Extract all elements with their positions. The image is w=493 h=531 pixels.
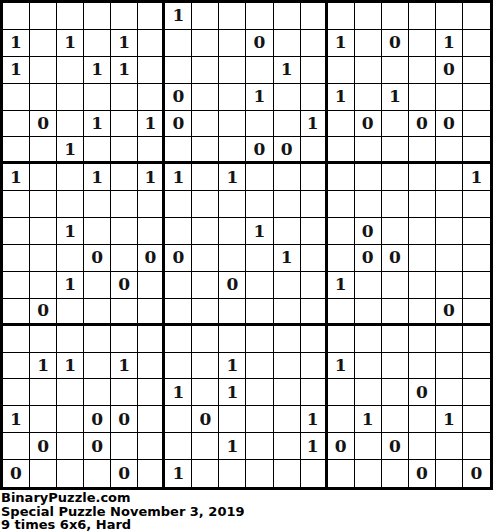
cell-r6c4[interactable] [84,137,111,164]
cell-r6c12[interactable] [301,137,328,164]
cell-r1c1[interactable] [3,3,30,30]
cell-r13c14[interactable] [355,326,382,353]
cell-r15c8[interactable] [192,379,219,406]
cell-r16c17[interactable]: 1 [436,406,463,433]
cell-r4c3[interactable] [57,84,84,111]
cell-r2c17[interactable]: 1 [436,30,463,57]
cell-r2c18[interactable] [463,30,490,57]
cell-r12c13[interactable] [328,299,355,326]
cell-r15c3[interactable] [57,379,84,406]
cell-r18c1[interactable]: 0 [3,460,30,487]
cell-r4c14[interactable] [355,84,382,111]
cell-r7c16[interactable] [409,164,436,191]
cell-r10c11[interactable]: 1 [274,245,301,272]
cell-r5c8[interactable] [192,111,219,138]
cell-r8c17[interactable] [436,191,463,218]
cell-r18c18[interactable]: 0 [463,460,490,487]
cell-r16c2[interactable] [30,406,57,433]
cell-r11c5[interactable]: 0 [111,272,138,299]
cell-r10c13[interactable] [328,245,355,272]
cell-r16c5[interactable]: 0 [111,406,138,433]
cell-r5c6[interactable]: 1 [138,111,165,138]
cell-r9c18[interactable] [463,218,490,245]
cell-r12c6[interactable] [138,299,165,326]
cell-r8c7[interactable] [165,191,192,218]
cell-r6c3[interactable]: 1 [57,137,84,164]
cell-r12c1[interactable] [3,299,30,326]
cell-r7c11[interactable] [274,164,301,191]
cell-r9c8[interactable] [192,218,219,245]
cell-r8c11[interactable] [274,191,301,218]
cell-r12c12[interactable] [301,299,328,326]
cell-r15c16[interactable]: 0 [409,379,436,406]
cell-r1c6[interactable] [138,3,165,30]
cell-r11c6[interactable] [138,272,165,299]
cell-r16c4[interactable]: 0 [84,406,111,433]
cell-r3c1[interactable]: 1 [3,57,30,84]
cell-r18c7[interactable]: 1 [165,460,192,487]
cell-r13c7[interactable] [165,326,192,353]
cell-r12c10[interactable] [246,299,273,326]
cell-r7c3[interactable] [57,164,84,191]
cell-r15c4[interactable] [84,379,111,406]
cell-r6c6[interactable] [138,137,165,164]
cell-r4c16[interactable] [409,84,436,111]
cell-r2c15[interactable]: 0 [382,30,409,57]
cell-r6c11[interactable]: 0 [274,137,301,164]
cell-r3c18[interactable] [463,57,490,84]
cell-r1c14[interactable] [355,3,382,30]
cell-r16c6[interactable] [138,406,165,433]
cell-r2c11[interactable] [274,30,301,57]
cell-r3c16[interactable] [409,57,436,84]
cell-r10c12[interactable] [301,245,328,272]
cell-r1c18[interactable] [463,3,490,30]
cell-r12c4[interactable] [84,299,111,326]
cell-r4c9[interactable] [219,84,246,111]
cell-r18c4[interactable] [84,460,111,487]
cell-r6c5[interactable] [111,137,138,164]
cell-r16c1[interactable]: 1 [3,406,30,433]
cell-r14c14[interactable] [355,353,382,380]
cell-r4c13[interactable]: 1 [328,84,355,111]
cell-r5c1[interactable] [3,111,30,138]
cell-r17c2[interactable]: 0 [30,433,57,460]
cell-r5c14[interactable]: 0 [355,111,382,138]
cell-r16c9[interactable] [219,406,246,433]
cell-r3c11[interactable]: 1 [274,57,301,84]
cell-r7c1[interactable]: 1 [3,164,30,191]
cell-r13c5[interactable] [111,326,138,353]
cell-r6c15[interactable] [382,137,409,164]
cell-r10c3[interactable] [57,245,84,272]
cell-r7c12[interactable] [301,164,328,191]
cell-r5c17[interactable]: 0 [436,111,463,138]
cell-r14c6[interactable] [138,353,165,380]
cell-r2c7[interactable] [165,30,192,57]
cell-r18c15[interactable] [382,460,409,487]
cell-r2c13[interactable]: 1 [328,30,355,57]
cell-r1c12[interactable] [301,3,328,30]
cell-r18c9[interactable] [219,460,246,487]
cell-r8c15[interactable] [382,191,409,218]
cell-r10c8[interactable] [192,245,219,272]
cell-r1c10[interactable] [246,3,273,30]
cell-r18c13[interactable] [328,460,355,487]
cell-r6c1[interactable] [3,137,30,164]
cell-r9c2[interactable] [30,218,57,245]
cell-r12c2[interactable]: 0 [30,299,57,326]
cell-r13c3[interactable] [57,326,84,353]
cell-r5c11[interactable] [274,111,301,138]
cell-r18c10[interactable] [246,460,273,487]
cell-r7c10[interactable] [246,164,273,191]
cell-r15c1[interactable] [3,379,30,406]
cell-r17c12[interactable]: 1 [301,433,328,460]
cell-r13c2[interactable] [30,326,57,353]
cell-r15c6[interactable] [138,379,165,406]
cell-r7c17[interactable] [436,164,463,191]
cell-r9c10[interactable]: 1 [246,218,273,245]
cell-r12c7[interactable] [165,299,192,326]
cell-r6c2[interactable] [30,137,57,164]
cell-r8c6[interactable] [138,191,165,218]
cell-r12c17[interactable]: 0 [436,299,463,326]
cell-r15c11[interactable] [274,379,301,406]
cell-r8c2[interactable] [30,191,57,218]
cell-r5c13[interactable] [328,111,355,138]
cell-r3c10[interactable] [246,57,273,84]
cell-r1c13[interactable] [328,3,355,30]
cell-r17c18[interactable] [463,433,490,460]
cell-r4c5[interactable] [111,84,138,111]
cell-r13c13[interactable] [328,326,355,353]
cell-r18c11[interactable] [274,460,301,487]
cell-r4c6[interactable] [138,84,165,111]
cell-r1c4[interactable] [84,3,111,30]
cell-r14c1[interactable] [3,353,30,380]
cell-r2c3[interactable]: 1 [57,30,84,57]
cell-r18c16[interactable]: 0 [409,460,436,487]
cell-r6c8[interactable] [192,137,219,164]
cell-r8c5[interactable] [111,191,138,218]
cell-r17c10[interactable] [246,433,273,460]
cell-r9c6[interactable] [138,218,165,245]
cell-r6c7[interactable] [165,137,192,164]
cell-r5c18[interactable] [463,111,490,138]
cell-r7c15[interactable] [382,164,409,191]
cell-r10c7[interactable]: 0 [165,245,192,272]
cell-r8c16[interactable] [409,191,436,218]
cell-r14c13[interactable]: 1 [328,353,355,380]
cell-r13c4[interactable] [84,326,111,353]
cell-r2c8[interactable] [192,30,219,57]
cell-r10c15[interactable]: 0 [382,245,409,272]
cell-r17c3[interactable] [57,433,84,460]
cell-r2c4[interactable] [84,30,111,57]
cell-r8c4[interactable] [84,191,111,218]
cell-r9c11[interactable] [274,218,301,245]
cell-r16c15[interactable] [382,406,409,433]
cell-r2c10[interactable]: 0 [246,30,273,57]
cell-r17c9[interactable]: 1 [219,433,246,460]
cell-r7c13[interactable] [328,164,355,191]
cell-r10c10[interactable] [246,245,273,272]
cell-r8c18[interactable] [463,191,490,218]
cell-r11c16[interactable] [409,272,436,299]
cell-r15c17[interactable] [436,379,463,406]
cell-r14c18[interactable] [463,353,490,380]
cell-r11c2[interactable] [30,272,57,299]
cell-r17c7[interactable] [165,433,192,460]
cell-r18c2[interactable] [30,460,57,487]
cell-r12c18[interactable] [463,299,490,326]
cell-r13c15[interactable] [382,326,409,353]
cell-r7c5[interactable] [111,164,138,191]
cell-r14c11[interactable] [274,353,301,380]
cell-r11c8[interactable] [192,272,219,299]
cell-r6c10[interactable]: 0 [246,137,273,164]
cell-r9c5[interactable] [111,218,138,245]
cell-r11c10[interactable] [246,272,273,299]
cell-r13c1[interactable] [3,326,30,353]
cell-r1c5[interactable] [111,3,138,30]
cell-r3c3[interactable] [57,57,84,84]
cell-r7c6[interactable]: 1 [138,164,165,191]
cell-r13c10[interactable] [246,326,273,353]
cell-r14c9[interactable]: 1 [219,353,246,380]
cell-r8c9[interactable] [219,191,246,218]
cell-r13c9[interactable] [219,326,246,353]
cell-r9c7[interactable] [165,218,192,245]
cell-r10c18[interactable] [463,245,490,272]
cell-r16c11[interactable] [274,406,301,433]
cell-r13c12[interactable] [301,326,328,353]
cell-r4c12[interactable] [301,84,328,111]
cell-r17c14[interactable] [355,433,382,460]
cell-r7c18[interactable]: 1 [463,164,490,191]
cell-r15c15[interactable] [382,379,409,406]
cell-r1c15[interactable] [382,3,409,30]
cell-r11c4[interactable] [84,272,111,299]
cell-r5c10[interactable] [246,111,273,138]
cell-r8c12[interactable] [301,191,328,218]
cell-r11c7[interactable] [165,272,192,299]
cell-r11c14[interactable] [355,272,382,299]
cell-r10c4[interactable]: 0 [84,245,111,272]
cell-r4c17[interactable] [436,84,463,111]
cell-r13c6[interactable] [138,326,165,353]
cell-r3c13[interactable] [328,57,355,84]
cell-r16c18[interactable] [463,406,490,433]
cell-r8c1[interactable] [3,191,30,218]
cell-r14c3[interactable]: 1 [57,353,84,380]
cell-r16c13[interactable] [328,406,355,433]
cell-r11c9[interactable]: 0 [219,272,246,299]
cell-r10c1[interactable] [3,245,30,272]
cell-r7c4[interactable]: 1 [84,164,111,191]
cell-r18c8[interactable] [192,460,219,487]
cell-r5c12[interactable]: 1 [301,111,328,138]
cell-r3c6[interactable] [138,57,165,84]
cell-r8c3[interactable] [57,191,84,218]
cell-r10c6[interactable]: 0 [138,245,165,272]
cell-r3c7[interactable] [165,57,192,84]
cell-r4c8[interactable] [192,84,219,111]
cell-r14c16[interactable] [409,353,436,380]
cell-r4c15[interactable]: 1 [382,84,409,111]
cell-r2c6[interactable] [138,30,165,57]
cell-r7c14[interactable] [355,164,382,191]
cell-r1c16[interactable] [409,3,436,30]
cell-r15c7[interactable]: 1 [165,379,192,406]
cell-r14c2[interactable]: 1 [30,353,57,380]
cell-r6c17[interactable] [436,137,463,164]
cell-r5c5[interactable] [111,111,138,138]
cell-r9c13[interactable] [328,218,355,245]
cell-r13c8[interactable] [192,326,219,353]
cell-r3c12[interactable] [301,57,328,84]
cell-r11c11[interactable] [274,272,301,299]
cell-r2c16[interactable] [409,30,436,57]
cell-r18c5[interactable]: 0 [111,460,138,487]
cell-r1c7[interactable]: 1 [165,3,192,30]
cell-r4c1[interactable] [3,84,30,111]
cell-r18c17[interactable] [436,460,463,487]
cell-r9c12[interactable] [301,218,328,245]
cell-r6c14[interactable] [355,137,382,164]
cell-r14c8[interactable] [192,353,219,380]
cell-r2c9[interactable] [219,30,246,57]
cell-r15c5[interactable] [111,379,138,406]
cell-r17c17[interactable] [436,433,463,460]
cell-r12c3[interactable] [57,299,84,326]
cell-r12c15[interactable] [382,299,409,326]
cell-r18c6[interactable] [138,460,165,487]
cell-r17c15[interactable]: 0 [382,433,409,460]
cell-r1c3[interactable] [57,3,84,30]
cell-r3c2[interactable] [30,57,57,84]
cell-r15c13[interactable] [328,379,355,406]
cell-r15c2[interactable] [30,379,57,406]
cell-r6c16[interactable] [409,137,436,164]
cell-r7c9[interactable]: 1 [219,164,246,191]
cell-r16c12[interactable]: 1 [301,406,328,433]
cell-r16c16[interactable] [409,406,436,433]
cell-r11c13[interactable]: 1 [328,272,355,299]
cell-r9c4[interactable] [84,218,111,245]
cell-r1c17[interactable] [436,3,463,30]
cell-r1c2[interactable] [30,3,57,30]
cell-r5c15[interactable] [382,111,409,138]
cell-r1c8[interactable] [192,3,219,30]
cell-r14c5[interactable]: 1 [111,353,138,380]
cell-r2c1[interactable]: 1 [3,30,30,57]
cell-r8c8[interactable] [192,191,219,218]
cell-r16c14[interactable]: 1 [355,406,382,433]
cell-r1c11[interactable] [274,3,301,30]
cell-r12c8[interactable] [192,299,219,326]
cell-r2c2[interactable] [30,30,57,57]
cell-r4c18[interactable] [463,84,490,111]
cell-r10c9[interactable] [219,245,246,272]
cell-r10c14[interactable]: 0 [355,245,382,272]
cell-r6c13[interactable] [328,137,355,164]
cell-r5c4[interactable]: 1 [84,111,111,138]
cell-r17c6[interactable] [138,433,165,460]
cell-r5c2[interactable]: 0 [30,111,57,138]
cell-r8c14[interactable] [355,191,382,218]
cell-r15c18[interactable] [463,379,490,406]
cell-r13c18[interactable] [463,326,490,353]
cell-r3c4[interactable]: 1 [84,57,111,84]
cell-r3c17[interactable]: 0 [436,57,463,84]
cell-r3c15[interactable] [382,57,409,84]
cell-r2c12[interactable] [301,30,328,57]
cell-r2c14[interactable] [355,30,382,57]
cell-r3c14[interactable] [355,57,382,84]
cell-r11c12[interactable] [301,272,328,299]
cell-r10c16[interactable] [409,245,436,272]
cell-r18c12[interactable] [301,460,328,487]
cell-r15c12[interactable] [301,379,328,406]
cell-r4c11[interactable] [274,84,301,111]
cell-r13c17[interactable] [436,326,463,353]
cell-r12c5[interactable] [111,299,138,326]
cell-r12c9[interactable] [219,299,246,326]
cell-r14c7[interactable] [165,353,192,380]
cell-r4c4[interactable] [84,84,111,111]
cell-r17c8[interactable] [192,433,219,460]
cell-r16c7[interactable] [165,406,192,433]
cell-r7c2[interactable] [30,164,57,191]
cell-r18c3[interactable] [57,460,84,487]
cell-r3c9[interactable] [219,57,246,84]
cell-r14c12[interactable] [301,353,328,380]
cell-r10c2[interactable] [30,245,57,272]
cell-r17c16[interactable] [409,433,436,460]
cell-r4c7[interactable]: 0 [165,84,192,111]
cell-r7c8[interactable] [192,164,219,191]
cell-r17c5[interactable] [111,433,138,460]
cell-r16c10[interactable] [246,406,273,433]
cell-r9c17[interactable] [436,218,463,245]
cell-r6c9[interactable] [219,137,246,164]
cell-r1c9[interactable] [219,3,246,30]
cell-r11c15[interactable] [382,272,409,299]
cell-r5c9[interactable] [219,111,246,138]
cell-r14c17[interactable] [436,353,463,380]
cell-r12c11[interactable] [274,299,301,326]
cell-r16c8[interactable]: 0 [192,406,219,433]
cell-r14c15[interactable] [382,353,409,380]
cell-r10c5[interactable] [111,245,138,272]
cell-r15c10[interactable] [246,379,273,406]
cell-r6c18[interactable] [463,137,490,164]
cell-r8c10[interactable] [246,191,273,218]
cell-r15c9[interactable]: 1 [219,379,246,406]
cell-r4c2[interactable] [30,84,57,111]
cell-r15c14[interactable] [355,379,382,406]
cell-r2c5[interactable]: 1 [111,30,138,57]
cell-r16c3[interactable] [57,406,84,433]
cell-r11c3[interactable]: 1 [57,272,84,299]
cell-r3c5[interactable]: 1 [111,57,138,84]
cell-r10c17[interactable] [436,245,463,272]
cell-r3c8[interactable] [192,57,219,84]
cell-r17c4[interactable]: 0 [84,433,111,460]
cell-r17c13[interactable]: 0 [328,433,355,460]
